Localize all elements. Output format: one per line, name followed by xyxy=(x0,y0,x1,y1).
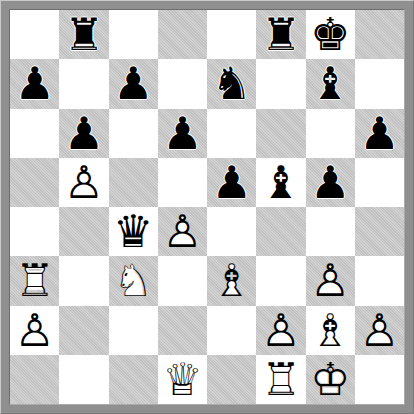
square-g2[interactable]: ♗ xyxy=(306,306,355,355)
black-pawn-piece: ♟ xyxy=(10,59,59,108)
square-f1[interactable]: ♖ xyxy=(256,355,305,404)
square-b3[interactable] xyxy=(59,256,108,305)
square-f4[interactable] xyxy=(256,207,305,256)
square-d1[interactable]: ♕ xyxy=(158,355,207,404)
black-bishop-piece: ♝ xyxy=(256,158,305,207)
square-h7[interactable] xyxy=(355,59,404,108)
square-f5[interactable]: ♝ xyxy=(256,158,305,207)
square-f2[interactable]: ♙ xyxy=(256,306,305,355)
square-a6[interactable] xyxy=(10,109,59,158)
square-c1[interactable] xyxy=(109,355,158,404)
square-b6[interactable]: ♟ xyxy=(59,109,108,158)
black-rook-piece: ♜ xyxy=(256,10,305,59)
square-h3[interactable] xyxy=(355,256,404,305)
square-e2[interactable] xyxy=(207,306,256,355)
white-pawn-piece: ♙ xyxy=(306,256,355,305)
square-b2[interactable] xyxy=(59,306,108,355)
square-c5[interactable] xyxy=(109,158,158,207)
square-d3[interactable] xyxy=(158,256,207,305)
square-c2[interactable] xyxy=(109,306,158,355)
square-e6[interactable] xyxy=(207,109,256,158)
square-b7[interactable] xyxy=(59,59,108,108)
square-g5[interactable]: ♟ xyxy=(306,158,355,207)
square-a1[interactable] xyxy=(10,355,59,404)
square-d7[interactable] xyxy=(158,59,207,108)
white-bishop-piece: ♗ xyxy=(306,306,355,355)
black-bishop-piece: ♝ xyxy=(306,59,355,108)
chess-board: ♜♜♚♟♟♞♝♟♟♟♙♟♝♟♛♙♖♘♗♙♙♙♗♙♕♖♔ xyxy=(9,9,405,405)
white-queen-piece: ♕ xyxy=(158,355,207,404)
white-pawn-piece: ♙ xyxy=(355,306,404,355)
black-knight-piece: ♞ xyxy=(207,59,256,108)
black-pawn-piece: ♟ xyxy=(158,109,207,158)
square-e4[interactable] xyxy=(207,207,256,256)
black-rook-piece: ♜ xyxy=(59,10,108,59)
black-queen-piece: ♛ xyxy=(109,207,158,256)
square-h8[interactable] xyxy=(355,10,404,59)
square-g7[interactable]: ♝ xyxy=(306,59,355,108)
square-e3[interactable]: ♗ xyxy=(207,256,256,305)
square-g3[interactable]: ♙ xyxy=(306,256,355,305)
board-frame: ♜♜♚♟♟♞♝♟♟♟♙♟♝♟♛♙♖♘♗♙♙♙♗♙♕♖♔ xyxy=(0,0,414,414)
square-d4[interactable]: ♙ xyxy=(158,207,207,256)
white-pawn-piece: ♙ xyxy=(158,207,207,256)
square-e1[interactable] xyxy=(207,355,256,404)
black-pawn-piece: ♟ xyxy=(59,109,108,158)
square-c4[interactable]: ♛ xyxy=(109,207,158,256)
square-a4[interactable] xyxy=(10,207,59,256)
square-d5[interactable] xyxy=(158,158,207,207)
white-knight-piece: ♘ xyxy=(109,256,158,305)
square-a7[interactable]: ♟ xyxy=(10,59,59,108)
square-c8[interactable] xyxy=(109,10,158,59)
square-h5[interactable] xyxy=(355,158,404,207)
square-h4[interactable] xyxy=(355,207,404,256)
square-b8[interactable]: ♜ xyxy=(59,10,108,59)
black-pawn-piece: ♟ xyxy=(355,109,404,158)
square-f6[interactable] xyxy=(256,109,305,158)
square-b4[interactable] xyxy=(59,207,108,256)
square-c6[interactable] xyxy=(109,109,158,158)
square-f7[interactable] xyxy=(256,59,305,108)
white-pawn-piece: ♙ xyxy=(59,158,108,207)
white-bishop-piece: ♗ xyxy=(207,256,256,305)
square-a8[interactable] xyxy=(10,10,59,59)
white-pawn-piece: ♙ xyxy=(10,306,59,355)
square-d6[interactable]: ♟ xyxy=(158,109,207,158)
square-h2[interactable]: ♙ xyxy=(355,306,404,355)
square-d2[interactable] xyxy=(158,306,207,355)
square-g8[interactable]: ♚ xyxy=(306,10,355,59)
white-king-piece: ♔ xyxy=(306,355,355,404)
square-f8[interactable]: ♜ xyxy=(256,10,305,59)
white-rook-piece: ♖ xyxy=(10,256,59,305)
square-a5[interactable] xyxy=(10,158,59,207)
square-a2[interactable]: ♙ xyxy=(10,306,59,355)
square-h1[interactable] xyxy=(355,355,404,404)
square-c7[interactable]: ♟ xyxy=(109,59,158,108)
square-h6[interactable]: ♟ xyxy=(355,109,404,158)
square-e7[interactable]: ♞ xyxy=(207,59,256,108)
square-g6[interactable] xyxy=(306,109,355,158)
square-d8[interactable] xyxy=(158,10,207,59)
black-pawn-piece: ♟ xyxy=(207,158,256,207)
square-e8[interactable] xyxy=(207,10,256,59)
square-e5[interactable]: ♟ xyxy=(207,158,256,207)
white-pawn-piece: ♙ xyxy=(256,306,305,355)
square-g4[interactable] xyxy=(306,207,355,256)
black-pawn-piece: ♟ xyxy=(109,59,158,108)
white-rook-piece: ♖ xyxy=(256,355,305,404)
square-b5[interactable]: ♙ xyxy=(59,158,108,207)
square-a3[interactable]: ♖ xyxy=(10,256,59,305)
square-c3[interactable]: ♘ xyxy=(109,256,158,305)
square-b1[interactable] xyxy=(59,355,108,404)
square-f3[interactable] xyxy=(256,256,305,305)
square-g1[interactable]: ♔ xyxy=(306,355,355,404)
black-pawn-piece: ♟ xyxy=(306,158,355,207)
black-king-piece: ♚ xyxy=(306,10,355,59)
